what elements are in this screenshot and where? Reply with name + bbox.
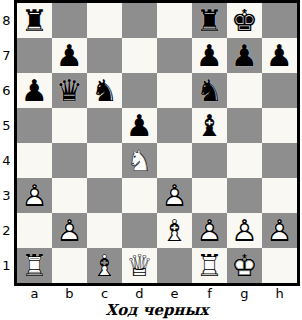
black-rook-a8: ♜: [17, 3, 52, 38]
square-b1[interactable]: [52, 248, 87, 283]
file-label-g: g: [227, 287, 262, 301]
square-d8[interactable]: [122, 3, 157, 38]
square-c7[interactable]: [87, 38, 122, 73]
square-g7[interactable]: ♟: [227, 38, 262, 73]
square-g8[interactable]: ♚: [227, 3, 262, 38]
piece-outline: ♙: [262, 213, 297, 248]
black-queen-b6: ♛: [52, 73, 87, 108]
square-c4[interactable]: [87, 143, 122, 178]
square-d1[interactable]: ♛♕: [122, 248, 157, 283]
white-pawn-f2: ♟♙: [192, 213, 227, 248]
square-a2[interactable]: [17, 213, 52, 248]
rank-label-4: 4: [0, 143, 13, 178]
side-to-move-caption: Ход черных: [14, 301, 300, 319]
piece-outline: ♘: [122, 143, 157, 178]
square-a7[interactable]: [17, 38, 52, 73]
square-f1[interactable]: ♜♖: [192, 248, 227, 283]
black-pawn-h7: ♟: [262, 38, 297, 73]
piece-outline: ♖: [192, 248, 227, 283]
square-c5[interactable]: [87, 108, 122, 143]
square-d4[interactable]: ♞♘: [122, 143, 157, 178]
white-rook-a1: ♜♖: [17, 248, 52, 283]
piece-outline: ♙: [52, 213, 87, 248]
square-e1[interactable]: [157, 248, 192, 283]
square-f3[interactable]: [192, 178, 227, 213]
file-label-d: d: [122, 287, 157, 301]
file-label-a: a: [17, 287, 52, 301]
square-c1[interactable]: ♝♗: [87, 248, 122, 283]
board-frame: ♜♜♚♟♟♟♟♟♛♞♞♟♝♞♘♟♙♟♙♟♙♝♗♟♙♟♙♟♙♜♖♝♗♛♕♜♖♚♔: [14, 0, 300, 286]
rank-label-7: 7: [0, 38, 13, 73]
square-c8[interactable]: [87, 3, 122, 38]
file-label-b: b: [52, 287, 87, 301]
rank-label-8: 8: [0, 3, 13, 38]
square-g6[interactable]: [227, 73, 262, 108]
piece-outline: ♖: [17, 248, 52, 283]
square-f8[interactable]: ♜: [192, 3, 227, 38]
square-d2[interactable]: [122, 213, 157, 248]
black-pawn-a6: ♟: [17, 73, 52, 108]
square-f2[interactable]: ♟♙: [192, 213, 227, 248]
square-d7[interactable]: [122, 38, 157, 73]
square-h1[interactable]: [262, 248, 297, 283]
square-h6[interactable]: [262, 73, 297, 108]
white-pawn-e3: ♟♙: [157, 178, 192, 213]
piece-outline: ♙: [157, 178, 192, 213]
file-label-e: e: [157, 287, 192, 301]
piece-outline: ♙: [227, 213, 262, 248]
square-g2[interactable]: ♟♙: [227, 213, 262, 248]
square-b7[interactable]: ♟: [52, 38, 87, 73]
square-c6[interactable]: ♞: [87, 73, 122, 108]
square-h2[interactable]: ♟♙: [262, 213, 297, 248]
square-e5[interactable]: [157, 108, 192, 143]
square-f6[interactable]: ♞: [192, 73, 227, 108]
square-h5[interactable]: [262, 108, 297, 143]
white-bishop-e2: ♝♗: [157, 213, 192, 248]
black-bishop-f5: ♝: [192, 108, 227, 143]
square-h7[interactable]: ♟: [262, 38, 297, 73]
white-queen-d1: ♛♕: [122, 248, 157, 283]
square-a3[interactable]: ♟♙: [17, 178, 52, 213]
piece-outline: ♕: [122, 248, 157, 283]
rank-label-1: 1: [0, 248, 13, 283]
square-c2[interactable]: [87, 213, 122, 248]
white-bishop-c1: ♝♗: [87, 248, 122, 283]
piece-outline: ♗: [87, 248, 122, 283]
file-label-c: c: [87, 287, 122, 301]
square-a4[interactable]: [17, 143, 52, 178]
black-knight-c6: ♞: [87, 73, 122, 108]
square-h8[interactable]: [262, 3, 297, 38]
black-king-g8: ♚: [227, 3, 262, 38]
white-pawn-g2: ♟♙: [227, 213, 262, 248]
black-rook-f8: ♜: [192, 3, 227, 38]
black-pawn-d5: ♟: [122, 108, 157, 143]
square-a1[interactable]: ♜♖: [17, 248, 52, 283]
piece-outline: ♗: [157, 213, 192, 248]
square-d6[interactable]: [122, 73, 157, 108]
square-f5[interactable]: ♝: [192, 108, 227, 143]
black-pawn-f7: ♟: [192, 38, 227, 73]
square-g4[interactable]: [227, 143, 262, 178]
square-h3[interactable]: [262, 178, 297, 213]
piece-outline: ♙: [17, 178, 52, 213]
black-pawn-b7: ♟: [52, 38, 87, 73]
white-pawn-b2: ♟♙: [52, 213, 87, 248]
white-pawn-a3: ♟♙: [17, 178, 52, 213]
rank-label-5: 5: [0, 108, 13, 143]
square-d3[interactable]: [122, 178, 157, 213]
square-e4[interactable]: [157, 143, 192, 178]
square-e6[interactable]: [157, 73, 192, 108]
square-f4[interactable]: [192, 143, 227, 178]
chess-diagram: 87654321 ♜♜♚♟♟♟♟♟♛♞♞♟♝♞♘♟♙♟♙♟♙♝♗♟♙♟♙♟♙♜♖…: [0, 0, 302, 320]
white-pawn-h2: ♟♙: [262, 213, 297, 248]
square-g3[interactable]: [227, 178, 262, 213]
black-pawn-g7: ♟: [227, 38, 262, 73]
square-b8[interactable]: [52, 3, 87, 38]
chess-board: ♜♜♚♟♟♟♟♟♛♞♞♟♝♞♘♟♙♟♙♟♙♝♗♟♙♟♙♟♙♜♖♝♗♛♕♜♖♚♔: [17, 3, 297, 283]
square-d5[interactable]: ♟: [122, 108, 157, 143]
square-g1[interactable]: ♚♔: [227, 248, 262, 283]
square-f7[interactable]: ♟: [192, 38, 227, 73]
rank-label-2: 2: [0, 213, 13, 248]
file-label-f: f: [192, 287, 227, 301]
square-b6[interactable]: ♛: [52, 73, 87, 108]
square-a6[interactable]: ♟: [17, 73, 52, 108]
square-e7[interactable]: [157, 38, 192, 73]
square-g5[interactable]: [227, 108, 262, 143]
square-a8[interactable]: ♜: [17, 3, 52, 38]
square-e3[interactable]: ♟♙: [157, 178, 192, 213]
piece-outline: ♔: [227, 248, 262, 283]
white-rook-f1: ♜♖: [192, 248, 227, 283]
black-knight-f6: ♞: [192, 73, 227, 108]
square-b4[interactable]: [52, 143, 87, 178]
square-b5[interactable]: [52, 108, 87, 143]
square-e2[interactable]: ♝♗: [157, 213, 192, 248]
white-knight-d4: ♞♘: [122, 143, 157, 178]
piece-outline: ♙: [192, 213, 227, 248]
square-e8[interactable]: [157, 3, 192, 38]
rank-label-6: 6: [0, 73, 13, 108]
file-label-h: h: [262, 287, 297, 301]
square-c3[interactable]: [87, 178, 122, 213]
square-a5[interactable]: [17, 108, 52, 143]
white-king-g1: ♚♔: [227, 248, 262, 283]
square-b2[interactable]: ♟♙: [52, 213, 87, 248]
square-b3[interactable]: [52, 178, 87, 213]
rank-label-3: 3: [0, 178, 13, 213]
square-h4[interactable]: [262, 143, 297, 178]
